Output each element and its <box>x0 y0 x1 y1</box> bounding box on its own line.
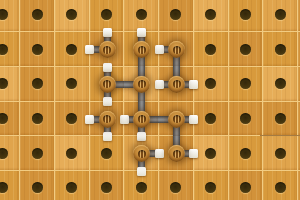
pipe-open-end-cap <box>103 132 112 141</box>
pipe-open-end-cap <box>189 80 198 89</box>
hub-screw-icon <box>103 80 111 88</box>
hub-screw-icon <box>138 115 146 123</box>
pipe-open-end-cap <box>85 115 94 124</box>
pipe-hub-icon <box>168 111 185 128</box>
hub-screw-icon <box>103 46 111 54</box>
pipe-open-end-cap <box>137 167 146 176</box>
pipe-open-end-cap <box>103 28 112 37</box>
hub-screw-icon <box>103 115 111 123</box>
pipe-open-end-cap <box>137 132 146 141</box>
pipe-open-end-cap <box>189 115 198 124</box>
pipe-hub-icon <box>133 41 150 58</box>
pieces-layer <box>0 0 300 200</box>
hub-screw-icon <box>138 150 146 158</box>
pipe-open-end-cap <box>155 149 164 158</box>
pipe-open-end-cap <box>155 80 164 89</box>
pipe-hub-icon <box>133 76 150 93</box>
hub-screw-icon <box>138 80 146 88</box>
pipe-hub-icon <box>133 111 150 128</box>
pipe-hub-icon <box>168 76 185 93</box>
pipe-open-end-cap <box>137 28 146 37</box>
hub-screw-icon <box>173 150 181 158</box>
pipe-open-end-cap <box>155 45 164 54</box>
pipe-open-end-cap <box>120 115 129 124</box>
hub-screw-icon <box>138 46 146 54</box>
pipe-open-end-cap <box>85 45 94 54</box>
pipe-hub-icon <box>168 41 185 58</box>
pipe-open-end-cap <box>103 63 112 72</box>
pipe-open-end-cap <box>103 97 112 106</box>
pipe-hub-icon <box>133 145 150 162</box>
pipe-open-end-cap <box>189 149 198 158</box>
pipe-hub-icon <box>168 145 185 162</box>
hub-screw-icon <box>173 80 181 88</box>
board <box>0 0 300 200</box>
pipe-hub-icon <box>99 76 116 93</box>
hub-screw-icon <box>173 46 181 54</box>
pipe-hub-icon <box>99 111 116 128</box>
pipe-hub-icon <box>99 41 116 58</box>
hub-screw-icon <box>173 115 181 123</box>
